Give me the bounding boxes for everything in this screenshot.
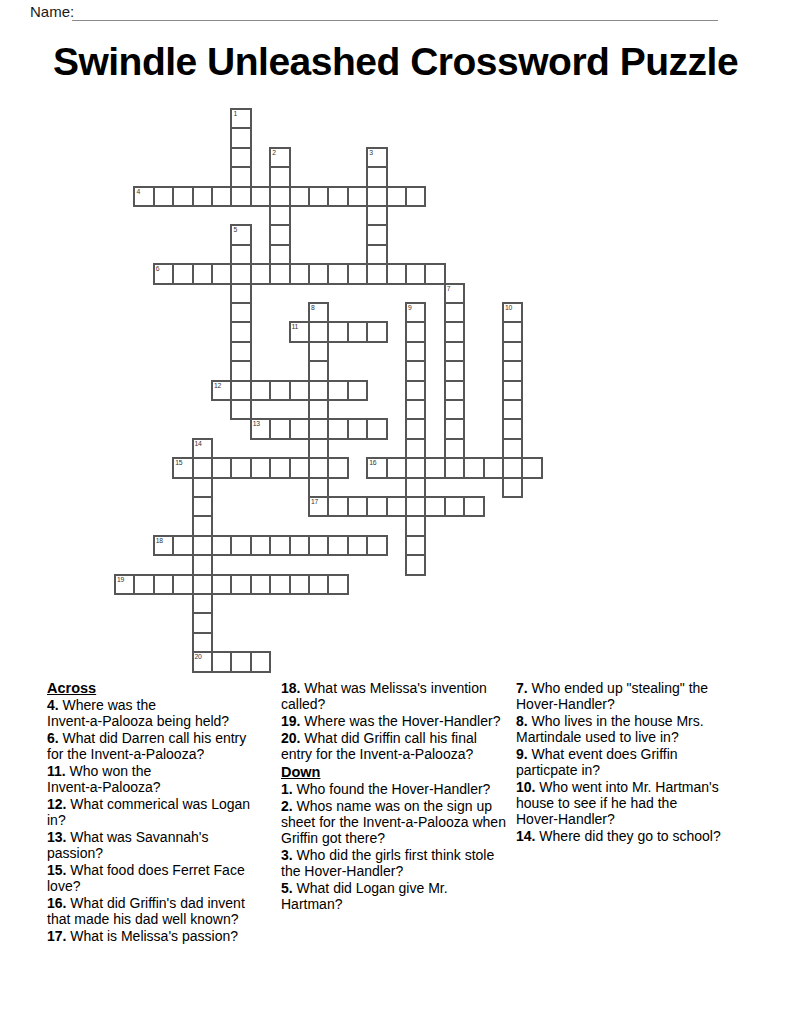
- grid-cell[interactable]: [424, 457, 445, 478]
- grid-cell[interactable]: [366, 535, 387, 556]
- grid-cell[interactable]: [405, 457, 426, 478]
- grid-cell[interactable]: [347, 321, 368, 342]
- grid-cell[interactable]: [502, 321, 523, 342]
- grid-cell[interactable]: [366, 321, 387, 342]
- clue-number: 13.: [47, 829, 66, 845]
- clue-down-7: 7. Who ended up "stealing" the Hover-Han…: [516, 680, 742, 712]
- grid-cell[interactable]: [327, 380, 348, 401]
- grid-cell[interactable]: [230, 360, 251, 381]
- grid-cell[interactable]: [327, 186, 348, 207]
- grid-cell[interactable]: 5: [230, 224, 251, 245]
- clue-down-3: 3. Who did the girls first think stole t…: [281, 847, 510, 879]
- grid-cell[interactable]: [444, 438, 465, 459]
- grid-cell[interactable]: [327, 535, 348, 556]
- grid-cell[interactable]: [444, 399, 465, 420]
- cell-number: 3: [369, 149, 372, 156]
- clue-across-6: 6. What did Darren call his entry for th…: [47, 730, 259, 762]
- grid-cell[interactable]: [308, 399, 329, 420]
- grid-cell[interactable]: [405, 477, 426, 498]
- grid-cell[interactable]: [366, 186, 387, 207]
- grid-cell[interactable]: [366, 166, 387, 187]
- grid-cell[interactable]: 13: [250, 418, 271, 439]
- grid-cell[interactable]: [463, 457, 484, 478]
- grid-cell[interactable]: [230, 380, 251, 401]
- clue-down-14: 14. Where did they go to school?: [516, 828, 742, 844]
- grid-cell[interactable]: [269, 224, 290, 245]
- grid-cell[interactable]: [230, 127, 251, 148]
- grid-cell[interactable]: [502, 399, 523, 420]
- clue-across-17: 17. What is Melissa's passion?: [47, 928, 259, 944]
- down-clues-header: Down: [281, 764, 510, 780]
- cell-number: 5: [233, 226, 236, 233]
- grid-cell[interactable]: 6: [153, 263, 174, 284]
- clue-down-5: 5. What did Logan give Mr. Hartman?: [281, 880, 510, 912]
- grid-cell[interactable]: [405, 186, 426, 207]
- clue-number: 7.: [516, 680, 528, 696]
- grid-cell[interactable]: [289, 574, 310, 595]
- grid-cell[interactable]: 2: [269, 147, 290, 168]
- grid-cell[interactable]: 14: [192, 438, 213, 459]
- grid-cell[interactable]: 16: [366, 457, 387, 478]
- grid-cell[interactable]: [211, 457, 232, 478]
- grid-cell[interactable]: [347, 418, 368, 439]
- grid-cell[interactable]: [250, 535, 271, 556]
- grid-cell[interactable]: [308, 360, 329, 381]
- clue-number: 6.: [47, 730, 59, 746]
- grid-cell[interactable]: [230, 399, 251, 420]
- grid-cell[interactable]: [211, 574, 232, 595]
- grid-cell[interactable]: [502, 418, 523, 439]
- grid-cell[interactable]: [192, 574, 213, 595]
- grid-cell[interactable]: [192, 593, 213, 614]
- grid-cell[interactable]: [444, 360, 465, 381]
- clue-column-1: Across4. Where was the Invent-a-Palooza …: [47, 680, 259, 945]
- cell-number: 7: [447, 285, 450, 292]
- clue-number: 2.: [281, 798, 293, 814]
- grid-cell[interactable]: [192, 263, 213, 284]
- grid-cell[interactable]: 1: [230, 108, 251, 129]
- grid-cell[interactable]: [308, 380, 329, 401]
- grid-cell[interactable]: [172, 574, 193, 595]
- clue-across-16: 16. What did Griffin's dad invent that m…: [47, 895, 259, 927]
- clue-number: 8.: [516, 713, 528, 729]
- clue-across-12: 12. What commerical was Logan in?: [47, 796, 259, 828]
- grid-cell[interactable]: [230, 302, 251, 323]
- grid-cell[interactable]: [250, 651, 271, 672]
- grid-cell[interactable]: [269, 244, 290, 265]
- grid-cell[interactable]: [424, 496, 445, 517]
- cell-number: 10: [505, 304, 512, 311]
- clue-number: 3.: [281, 847, 293, 863]
- cell-number: 18: [156, 537, 163, 544]
- clue-across-20: 20. What did Griffin call his final entr…: [281, 730, 510, 762]
- clue-down-1: 1. Who found the Hover-Handler?: [281, 781, 510, 797]
- grid-cell[interactable]: [269, 574, 290, 595]
- grid-cell[interactable]: [269, 186, 290, 207]
- grid-cell[interactable]: [289, 263, 310, 284]
- grid-cell[interactable]: [405, 263, 426, 284]
- grid-cell[interactable]: [308, 186, 329, 207]
- crossword-grid: 1234567817910111213142015161819: [114, 108, 543, 674]
- clue-across-15: 15. What food does Ferret Face love?: [47, 862, 259, 894]
- grid-cell[interactable]: [347, 535, 368, 556]
- grid-cell[interactable]: 7: [444, 283, 465, 304]
- grid-cell[interactable]: [405, 380, 426, 401]
- grid-cell[interactable]: 4: [133, 186, 154, 207]
- grid-cell[interactable]: [250, 263, 271, 284]
- across-clues-header: Across: [47, 680, 259, 696]
- grid-cell[interactable]: [230, 147, 251, 168]
- grid-cell[interactable]: [230, 186, 251, 207]
- grid-cell[interactable]: [405, 554, 426, 575]
- grid-cell[interactable]: [230, 535, 251, 556]
- clue-down-8: 8. Who lives in the house Mrs. Martindal…: [516, 713, 742, 745]
- grid-cell[interactable]: [250, 574, 271, 595]
- clue-number: 4.: [47, 697, 59, 713]
- grid-cell[interactable]: [192, 477, 213, 498]
- grid-cell[interactable]: [386, 496, 407, 517]
- grid-cell[interactable]: [230, 341, 251, 362]
- clue-number: 16.: [47, 895, 66, 911]
- grid-cell[interactable]: [172, 186, 193, 207]
- grid-cell[interactable]: [463, 496, 484, 517]
- grid-cell[interactable]: [347, 263, 368, 284]
- grid-cell[interactable]: 19: [114, 574, 135, 595]
- grid-cell[interactable]: [366, 496, 387, 517]
- clue-down-2: 2. Whos name was on the sign up sheet fo…: [281, 798, 510, 846]
- grid-cell[interactable]: [230, 321, 251, 342]
- grid-cell[interactable]: [230, 166, 251, 187]
- grid-cell[interactable]: [269, 166, 290, 187]
- grid-cell[interactable]: [405, 515, 426, 536]
- grid-cell[interactable]: [250, 457, 271, 478]
- grid-cell[interactable]: 15: [172, 457, 193, 478]
- cell-number: 16: [369, 459, 376, 466]
- grid-cell[interactable]: [230, 244, 251, 265]
- grid-cell[interactable]: [366, 224, 387, 245]
- grid-cell[interactable]: [269, 205, 290, 226]
- grid-cell[interactable]: [269, 263, 290, 284]
- grid-cell[interactable]: [347, 380, 368, 401]
- grid-cell[interactable]: 17: [308, 496, 329, 517]
- grid-cell[interactable]: [230, 263, 251, 284]
- clue-across-19: 19. Where was the Hover-Handler?: [281, 713, 510, 729]
- grid-cell[interactable]: [386, 457, 407, 478]
- cell-number: 6: [156, 265, 159, 272]
- grid-cell[interactable]: [347, 186, 368, 207]
- grid-cell[interactable]: [289, 380, 310, 401]
- cell-number: 13: [253, 420, 260, 427]
- grid-cell[interactable]: 3: [366, 147, 387, 168]
- grid-cell[interactable]: [250, 380, 271, 401]
- grid-cell[interactable]: [444, 418, 465, 439]
- cell-number: 11: [292, 323, 298, 330]
- grid-cell[interactable]: [405, 341, 426, 362]
- grid-cell[interactable]: 10: [502, 302, 523, 323]
- clue-number: 11.: [47, 763, 66, 779]
- grid-cell[interactable]: [424, 263, 445, 284]
- clue-number: 1.: [281, 781, 293, 797]
- grid-cell[interactable]: [327, 496, 348, 517]
- cell-number: 12: [214, 382, 221, 389]
- grid-cell[interactable]: [172, 535, 193, 556]
- cell-number: 2: [272, 149, 275, 156]
- grid-cell[interactable]: [444, 321, 465, 342]
- clue-column-2: 18. What was Melissa's invention called?…: [281, 680, 510, 913]
- grid-cell[interactable]: [250, 186, 271, 207]
- grid-cell[interactable]: [172, 263, 193, 284]
- clue-down-10: 10. Who went into Mr. Hartman's house to…: [516, 779, 742, 827]
- grid-cell[interactable]: [308, 418, 329, 439]
- grid-cell[interactable]: [269, 535, 290, 556]
- grid-cell[interactable]: [405, 535, 426, 556]
- grid-cell[interactable]: [502, 438, 523, 459]
- grid-cell[interactable]: [192, 496, 213, 517]
- cell-number: 19: [117, 576, 124, 583]
- grid-cell[interactable]: [502, 477, 523, 498]
- grid-cell[interactable]: [366, 418, 387, 439]
- grid-cell[interactable]: [327, 574, 348, 595]
- grid-cell[interactable]: [521, 457, 542, 478]
- grid-cell[interactable]: [308, 321, 329, 342]
- cell-number: 8: [311, 304, 314, 311]
- grid-cell[interactable]: [230, 574, 251, 595]
- grid-cell[interactable]: 8: [308, 302, 329, 323]
- grid-cell[interactable]: 12: [211, 380, 232, 401]
- grid-cell[interactable]: [230, 457, 251, 478]
- grid-cell[interactable]: [211, 186, 232, 207]
- grid-cell[interactable]: [289, 535, 310, 556]
- clue-column-3: 7. Who ended up "stealing" the Hover-Han…: [516, 680, 742, 845]
- clue-across-18: 18. What was Melissa's invention called?: [281, 680, 510, 712]
- grid-cell[interactable]: [386, 186, 407, 207]
- grid-cell[interactable]: [327, 263, 348, 284]
- clue-across-13: 13. What was Savannah's passion?: [47, 829, 259, 861]
- grid-cell[interactable]: [269, 457, 290, 478]
- grid-cell[interactable]: [211, 263, 232, 284]
- grid-cell[interactable]: [405, 496, 426, 517]
- grid-cell[interactable]: [153, 574, 174, 595]
- grid-cell[interactable]: [405, 321, 426, 342]
- grid-cell[interactable]: [230, 651, 251, 672]
- cell-number: 4: [136, 188, 139, 195]
- grid-cell[interactable]: [308, 263, 329, 284]
- clue-number: 12.: [47, 796, 66, 812]
- cell-number: 15: [175, 459, 182, 466]
- grid-cell[interactable]: [289, 457, 310, 478]
- grid-cell[interactable]: [308, 477, 329, 498]
- grid-cell[interactable]: [386, 263, 407, 284]
- grid-cell[interactable]: 9: [405, 302, 426, 323]
- grid-cell[interactable]: [308, 438, 329, 459]
- clue-number: 17.: [47, 928, 66, 944]
- cell-number: 9: [408, 304, 411, 311]
- grid-cell[interactable]: [444, 302, 465, 323]
- grid-cell[interactable]: [366, 205, 387, 226]
- grid-cell[interactable]: [444, 496, 465, 517]
- name-label: Name:: [30, 3, 74, 20]
- cell-number: 1: [233, 110, 236, 117]
- grid-cell[interactable]: [405, 438, 426, 459]
- clue-number: 9.: [516, 746, 528, 762]
- grid-cell[interactable]: [327, 418, 348, 439]
- grid-cell[interactable]: [192, 186, 213, 207]
- grid-cell[interactable]: [502, 380, 523, 401]
- clue-across-4: 4. Where was the Invent-a-Palooza being …: [47, 697, 259, 729]
- grid-cell[interactable]: [211, 535, 232, 556]
- grid-cell[interactable]: [444, 380, 465, 401]
- grid-cell[interactable]: [230, 283, 251, 304]
- grid-cell[interactable]: [192, 515, 213, 536]
- cell-number: 14: [195, 440, 202, 447]
- grid-cell[interactable]: [269, 418, 290, 439]
- grid-cell[interactable]: [405, 418, 426, 439]
- clue-number: 19.: [281, 713, 300, 729]
- grid-cell[interactable]: [405, 399, 426, 420]
- grid-cell[interactable]: [308, 341, 329, 362]
- grid-cell[interactable]: [192, 612, 213, 633]
- grid-cell[interactable]: [327, 457, 348, 478]
- grid-cell[interactable]: [327, 321, 348, 342]
- name-input-line[interactable]: [72, 20, 718, 21]
- clue-number: 10.: [516, 779, 535, 795]
- grid-cell[interactable]: [502, 457, 523, 478]
- grid-cell[interactable]: [308, 535, 329, 556]
- grid-cell[interactable]: [444, 457, 465, 478]
- grid-cell[interactable]: 20: [192, 651, 213, 672]
- grid-cell[interactable]: [192, 554, 213, 575]
- clue-number: 5.: [281, 880, 293, 896]
- clue-number: 18.: [281, 680, 300, 696]
- grid-cell[interactable]: [192, 535, 213, 556]
- grid-cell[interactable]: [289, 186, 310, 207]
- grid-cell[interactable]: 18: [153, 535, 174, 556]
- grid-cell[interactable]: [483, 457, 504, 478]
- grid-cell[interactable]: [289, 418, 310, 439]
- grid-cell[interactable]: [192, 457, 213, 478]
- grid-cell[interactable]: [347, 496, 368, 517]
- grid-cell[interactable]: [308, 574, 329, 595]
- grid-cell[interactable]: [192, 632, 213, 653]
- grid-cell[interactable]: [366, 244, 387, 265]
- grid-cell[interactable]: [153, 186, 174, 207]
- grid-cell[interactable]: [308, 457, 329, 478]
- grid-cell[interactable]: [366, 263, 387, 284]
- grid-cell[interactable]: [405, 360, 426, 381]
- grid-cell[interactable]: [444, 341, 465, 362]
- grid-cell[interactable]: [502, 360, 523, 381]
- cell-number: 20: [195, 653, 202, 660]
- clue-number: 20.: [281, 730, 300, 746]
- grid-cell[interactable]: [269, 380, 290, 401]
- grid-cell[interactable]: 11: [289, 321, 310, 342]
- clue-number: 15.: [47, 862, 66, 878]
- grid-cell[interactable]: [211, 651, 232, 672]
- grid-cell[interactable]: [133, 574, 154, 595]
- grid-cell[interactable]: [502, 341, 523, 362]
- page-title: Swindle Unleashed Crossword Puzzle: [0, 40, 791, 84]
- clue-down-9: 9. What event does Griffin particpate in…: [516, 746, 742, 778]
- clue-number: 14.: [516, 828, 535, 844]
- clue-across-11: 11. Who won the Invent-a-Palooza?: [47, 763, 259, 795]
- cell-number: 17: [311, 498, 318, 505]
